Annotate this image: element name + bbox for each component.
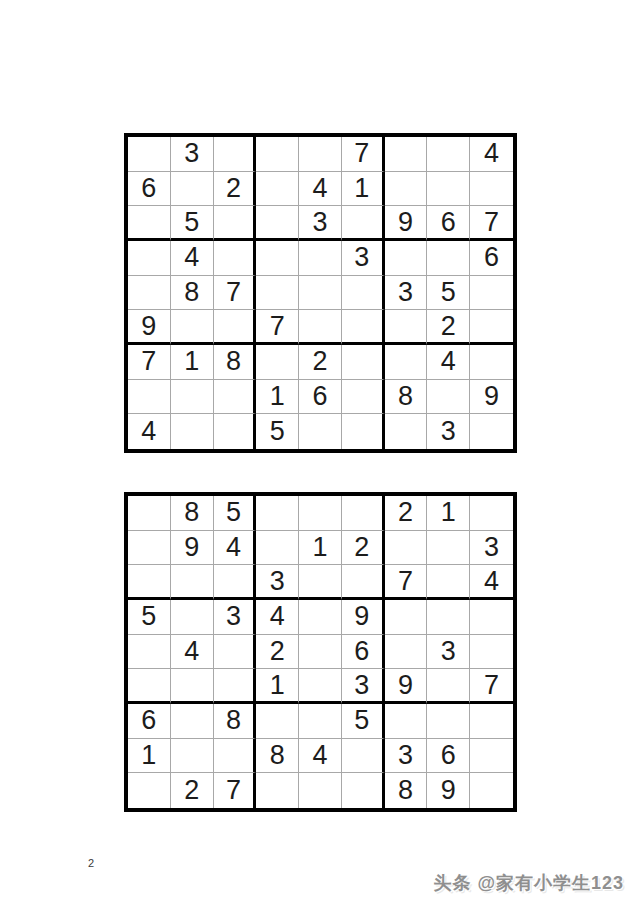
puzzle-2-cell-r1c9 (470, 496, 513, 531)
puzzle-1-cell-r4c8 (427, 241, 470, 276)
puzzle-2-cell-r3c6 (342, 565, 385, 600)
puzzle-2-cell-r4c5 (299, 600, 342, 635)
puzzle-1-cell-r1c9: 4 (470, 137, 513, 172)
puzzle-2-cell-r5c5 (299, 635, 342, 670)
watermark: 头条 @家有小学生123 (433, 871, 624, 895)
puzzle-1-cell-r7c6 (342, 345, 385, 380)
puzzle-2-cell-r2c6: 2 (342, 531, 385, 566)
puzzle-2-cell-r6c9: 7 (470, 669, 513, 704)
puzzle-1-cell-r1c6: 7 (342, 137, 385, 172)
puzzle-1-cell-r7c8: 4 (427, 345, 470, 380)
puzzle-2-cell-r8c2 (171, 739, 214, 774)
puzzle-1-cell-r1c1 (128, 137, 171, 172)
puzzle-1-cell-r8c9: 9 (470, 380, 513, 415)
puzzle-1-cell-r7c4 (256, 345, 299, 380)
puzzle-2-cell-r7c9 (470, 704, 513, 739)
puzzle-1-cell-r9c8: 3 (427, 414, 470, 449)
puzzle-2-cell-r7c3: 8 (214, 704, 257, 739)
puzzle-1-cell-r9c5 (299, 414, 342, 449)
puzzle-1-cell-r5c6 (342, 276, 385, 311)
puzzle-2-cell-r7c5 (299, 704, 342, 739)
puzzle-2-cell-r7c6: 5 (342, 704, 385, 739)
puzzle-2-cell-r6c8 (427, 669, 470, 704)
puzzle-2-cell-r9c2: 2 (171, 773, 214, 808)
puzzle-2-cell-r8c3 (214, 739, 257, 774)
puzzle-1-cell-r2c4 (256, 172, 299, 207)
puzzle-1-cell-r1c5 (299, 137, 342, 172)
puzzle-2-cell-r6c7: 9 (385, 669, 428, 704)
puzzle-2-cell-r6c6: 3 (342, 669, 385, 704)
puzzle-1-cell-r3c1 (128, 206, 171, 241)
puzzle-2-cell-r6c2 (171, 669, 214, 704)
puzzle-2-cell-r8c8: 6 (427, 739, 470, 774)
puzzle-1-cell-r8c5: 6 (299, 380, 342, 415)
puzzle-1-cell-r2c7 (385, 172, 428, 207)
puzzle-2-cell-r6c5 (299, 669, 342, 704)
puzzle-2-cell-r8c6 (342, 739, 385, 774)
puzzle-2-cell-r4c3: 3 (214, 600, 257, 635)
puzzle-2-cell-r5c4: 2 (256, 635, 299, 670)
puzzle-2-cell-r9c7: 8 (385, 773, 428, 808)
puzzle-2-cell-r9c6 (342, 773, 385, 808)
puzzle-1-cell-r2c3: 2 (214, 172, 257, 207)
puzzle-1-cell-r5c1 (128, 276, 171, 311)
puzzle-2-cell-r9c8: 9 (427, 773, 470, 808)
puzzle-1-cell-r6c4: 7 (256, 310, 299, 345)
puzzle-1-cell-r5c7: 3 (385, 276, 428, 311)
puzzle-1-cell-r8c6 (342, 380, 385, 415)
puzzle-1-cell-r7c3: 8 (214, 345, 257, 380)
puzzle-1-cell-r9c4: 5 (256, 414, 299, 449)
puzzle-2-cell-r8c7: 3 (385, 739, 428, 774)
puzzle-1-cell-r9c1: 4 (128, 414, 171, 449)
puzzle-1-cell-r2c2 (171, 172, 214, 207)
sudoku-grid-1: 3746241539674368735972718241689453 (124, 133, 517, 453)
puzzle-2-cell-r4c7 (385, 600, 428, 635)
puzzle-1-cell-r2c9 (470, 172, 513, 207)
puzzle-1-cell-r3c4 (256, 206, 299, 241)
puzzle-1-cell-r6c7 (385, 310, 428, 345)
puzzle-2-cell-r3c7: 7 (385, 565, 428, 600)
puzzle-2-cell-r3c2 (171, 565, 214, 600)
puzzle-2-cell-r5c2: 4 (171, 635, 214, 670)
puzzle-2-cell-r7c2 (171, 704, 214, 739)
puzzle-1-cell-r4c6: 3 (342, 241, 385, 276)
puzzle-2-cell-r9c1 (128, 773, 171, 808)
puzzle-2-cell-r8c4: 8 (256, 739, 299, 774)
puzzle-1-cell-r6c9 (470, 310, 513, 345)
puzzle-2-cell-r3c5 (299, 565, 342, 600)
puzzle-2-cell-r5c9 (470, 635, 513, 670)
puzzle-1-cell-r1c7 (385, 137, 428, 172)
puzzle-1-cell-r6c1: 9 (128, 310, 171, 345)
puzzle-2-cell-r9c5 (299, 773, 342, 808)
puzzle-1-cell-r2c8 (427, 172, 470, 207)
puzzle-1-cell-r4c9: 6 (470, 241, 513, 276)
puzzle-1-cell-r2c1: 6 (128, 172, 171, 207)
puzzle-1-cell-r8c4: 1 (256, 380, 299, 415)
puzzle-1-cell-r9c6 (342, 414, 385, 449)
puzzle-1-cell-r5c4 (256, 276, 299, 311)
puzzle-1-cell-r5c8: 5 (427, 276, 470, 311)
puzzle-2-cell-r4c6: 9 (342, 600, 385, 635)
puzzle-2-cell-r6c3 (214, 669, 257, 704)
puzzle-2-cell-r3c4: 3 (256, 565, 299, 600)
puzzle-2-cell-r1c1 (128, 496, 171, 531)
puzzle-2-cell-r2c4 (256, 531, 299, 566)
puzzle-1-cell-r1c8 (427, 137, 470, 172)
puzzle-1-cell-r6c5 (299, 310, 342, 345)
puzzle-2-cell-r4c2 (171, 600, 214, 635)
puzzle-1-cell-r6c8: 2 (427, 310, 470, 345)
puzzle-2-cell-r5c3 (214, 635, 257, 670)
puzzle-2-cell-r4c8 (427, 600, 470, 635)
puzzle-1-cell-r3c9: 7 (470, 206, 513, 241)
puzzle-1-cell-r8c7: 8 (385, 380, 428, 415)
puzzle-1-cell-r4c1 (128, 241, 171, 276)
puzzle-1-cell-r5c3: 7 (214, 276, 257, 311)
puzzle-1-cell-r4c2: 4 (171, 241, 214, 276)
puzzle-1-cell-r9c7 (385, 414, 428, 449)
puzzle-1-cell-r3c3 (214, 206, 257, 241)
puzzle-1-cell-r4c5 (299, 241, 342, 276)
puzzle-1-cell-r2c5: 4 (299, 172, 342, 207)
puzzle-1-cell-r6c6 (342, 310, 385, 345)
puzzle-2-cell-r8c5: 4 (299, 739, 342, 774)
page-number: 2 (88, 857, 94, 869)
puzzle-2-cell-r7c1: 6 (128, 704, 171, 739)
puzzle-1-cell-r9c3 (214, 414, 257, 449)
puzzle-1-cell-r1c2: 3 (171, 137, 214, 172)
puzzle-2-cell-r1c6 (342, 496, 385, 531)
puzzle-2-cell-r3c9: 4 (470, 565, 513, 600)
puzzle-1-cell-r4c7 (385, 241, 428, 276)
puzzle-2-cell-r7c8 (427, 704, 470, 739)
puzzle-1-cell-r8c8 (427, 380, 470, 415)
puzzle-2-cell-r5c8: 3 (427, 635, 470, 670)
puzzle-2-cell-r1c4 (256, 496, 299, 531)
puzzle-2-cell-r9c9 (470, 773, 513, 808)
puzzle-2-cell-r4c4: 4 (256, 600, 299, 635)
puzzle-2-cell-r1c2: 8 (171, 496, 214, 531)
puzzle-2-cell-r7c4 (256, 704, 299, 739)
puzzle-1-cell-r3c7: 9 (385, 206, 428, 241)
puzzle-2-cell-r3c8 (427, 565, 470, 600)
puzzle-1-cell-r3c6 (342, 206, 385, 241)
puzzle-2-cell-r5c1 (128, 635, 171, 670)
puzzle-2-cell-r4c9 (470, 600, 513, 635)
puzzle-2-cell-r3c3 (214, 565, 257, 600)
puzzle-1-cell-r5c2: 8 (171, 276, 214, 311)
puzzle-2-cell-r2c8 (427, 531, 470, 566)
puzzle-1-cell-r5c9 (470, 276, 513, 311)
puzzle-2-cell-r1c5 (299, 496, 342, 531)
puzzle-2-cell-r2c7 (385, 531, 428, 566)
puzzle-1-cell-r7c2: 1 (171, 345, 214, 380)
puzzle-1-cell-r9c9 (470, 414, 513, 449)
puzzle-2-cell-r2c3: 4 (214, 531, 257, 566)
puzzle-1-cell-r7c1: 7 (128, 345, 171, 380)
puzzle-1-cell-r6c3 (214, 310, 257, 345)
puzzle-2-cell-r5c6: 6 (342, 635, 385, 670)
puzzle-2-cell-r7c7 (385, 704, 428, 739)
puzzle-1-cell-r7c5: 2 (299, 345, 342, 380)
puzzle-2-cell-r9c4 (256, 773, 299, 808)
puzzle-1-cell-r8c3 (214, 380, 257, 415)
puzzle-1-cell-r9c2 (171, 414, 214, 449)
puzzle-2-cell-r4c1: 5 (128, 600, 171, 635)
puzzle-2-cell-r2c9: 3 (470, 531, 513, 566)
puzzle-2-cell-r2c5: 1 (299, 531, 342, 566)
puzzle-2-cell-r8c9 (470, 739, 513, 774)
puzzle-2-cell-r8c1: 1 (128, 739, 171, 774)
puzzle-2-cell-r9c3: 7 (214, 773, 257, 808)
puzzle-1-cell-r8c1 (128, 380, 171, 415)
sudoku-grid-2: 852194123374534942631397685184362789 (124, 492, 517, 812)
puzzle-1-cell-r3c5: 3 (299, 206, 342, 241)
puzzle-2-cell-r6c4: 1 (256, 669, 299, 704)
puzzle-1-cell-r6c2 (171, 310, 214, 345)
puzzle-2-cell-r1c3: 5 (214, 496, 257, 531)
puzzle-2-cell-r5c7 (385, 635, 428, 670)
puzzle-1-cell-r4c3 (214, 241, 257, 276)
puzzle-1-cell-r8c2 (171, 380, 214, 415)
puzzle-2-cell-r2c1 (128, 531, 171, 566)
puzzle-1-cell-r7c7 (385, 345, 428, 380)
puzzle-2-cell-r6c1 (128, 669, 171, 704)
puzzle-1-cell-r2c6: 1 (342, 172, 385, 207)
puzzle-1-cell-r4c4 (256, 241, 299, 276)
puzzle-1-cell-r1c4 (256, 137, 299, 172)
puzzle-1-cell-r3c2: 5 (171, 206, 214, 241)
puzzle-2-cell-r3c1 (128, 565, 171, 600)
puzzle-1-cell-r5c5 (299, 276, 342, 311)
puzzle-1-cell-r7c9 (470, 345, 513, 380)
puzzle-2-cell-r2c2: 9 (171, 531, 214, 566)
puzzle-2-cell-r1c7: 2 (385, 496, 428, 531)
puzzle-1-cell-r1c3 (214, 137, 257, 172)
puzzle-2-cell-r1c8: 1 (427, 496, 470, 531)
puzzle-1-cell-r3c8: 6 (427, 206, 470, 241)
